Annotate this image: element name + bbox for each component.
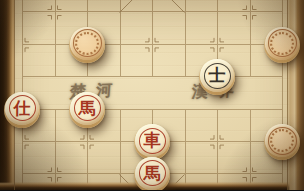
piece-face-down[interactable] xyxy=(264,27,300,63)
piece-glyph: 車 xyxy=(144,132,161,149)
grid-cell xyxy=(218,110,251,142)
grid-cell xyxy=(56,142,89,174)
grid-cell xyxy=(218,0,251,12)
piece-face xyxy=(265,27,299,60)
piece-glyph: 馬 xyxy=(79,100,96,117)
piece-face: 士 xyxy=(200,59,234,92)
grid-cell xyxy=(121,45,154,77)
grid-cell xyxy=(153,77,186,109)
piece-face: 仕 xyxy=(5,92,39,125)
piece-red-chariot[interactable]: 車 xyxy=(134,124,170,160)
piece-ring xyxy=(73,29,102,57)
grid-cell xyxy=(251,77,284,109)
piece-ring xyxy=(268,127,297,155)
piece-glyph: 士 xyxy=(209,67,226,84)
grid-cell xyxy=(23,142,56,174)
grid-cell xyxy=(121,12,154,44)
xiangqi-board: 楚河 漢界 士仕馬車馬 xyxy=(0,0,304,190)
grid-cell xyxy=(121,0,154,12)
piece-face-down[interactable] xyxy=(264,124,300,160)
piece-face xyxy=(70,27,104,60)
grid-cell xyxy=(23,0,56,12)
piece-face xyxy=(265,124,299,157)
grid-cell xyxy=(186,110,219,142)
piece-face-down[interactable] xyxy=(69,27,105,63)
grid-cell xyxy=(88,0,121,12)
grid-cell xyxy=(23,45,56,77)
grid-cell xyxy=(23,12,56,44)
piece-face: 車 xyxy=(135,124,169,157)
grid-cell xyxy=(218,12,251,44)
grid-cell xyxy=(186,142,219,174)
piece-face: 馬 xyxy=(70,92,104,125)
piece-glyph: 馬 xyxy=(144,165,161,182)
grid-cell xyxy=(153,0,186,12)
grid-cell xyxy=(186,0,219,12)
piece-red-horse[interactable]: 馬 xyxy=(69,92,105,128)
piece-red-horse[interactable]: 馬 xyxy=(134,157,170,191)
grid-cell xyxy=(153,12,186,44)
piece-face: 馬 xyxy=(135,157,169,190)
grid-cell xyxy=(153,45,186,77)
grid-cell xyxy=(56,0,89,12)
piece-red-advisor[interactable]: 仕 xyxy=(4,92,40,128)
grid-cell xyxy=(121,77,154,109)
grid-cell xyxy=(186,12,219,44)
grid-cell xyxy=(218,142,251,174)
piece-ring xyxy=(268,29,297,57)
grid-cell xyxy=(251,0,284,12)
grid-cell xyxy=(88,142,121,174)
piece-glyph: 仕 xyxy=(14,100,31,117)
